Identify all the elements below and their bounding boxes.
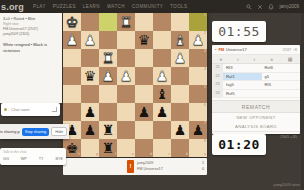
square-g7[interactable]: ♟ [81, 121, 99, 139]
chat-preset-gg[interactable]: GG [3, 157, 9, 161]
player-status-icon: ▪ [215, 47, 216, 52]
square-g6[interactable]: ♟ [81, 103, 99, 121]
coord-rank-label: 2 [204, 32, 206, 36]
chat-preset-wp[interactable]: WP [21, 157, 27, 161]
square-c6[interactable]: ♟ [153, 103, 171, 121]
coord-file-label: h [78, 153, 80, 157]
coord-rank-label: 3 [204, 50, 206, 54]
notifications-icon[interactable] [268, 4, 274, 10]
nav-item-watch[interactable]: Watch [107, 4, 125, 9]
coord-file-label: c [168, 153, 170, 157]
square-h4[interactable] [63, 67, 81, 85]
square-e2[interactable] [117, 31, 135, 49]
piece-white-K-h1[interactable]: ♚ [66, 13, 79, 31]
move-white-22[interactable]: Raf1 [223, 73, 262, 81]
black-player-label: jamy2009 (2305) [3, 32, 59, 37]
square-e3[interactable] [117, 49, 135, 67]
square-f5[interactable] [99, 85, 117, 103]
square-f4[interactable]: ♟ [99, 67, 117, 85]
move-number: 21 [212, 64, 223, 72]
square-f3[interactable]: ♜ [99, 49, 117, 67]
move-white-24[interactable]: Rxf5 [223, 90, 262, 98]
piece-white-P-b3[interactable]: ♟ [174, 49, 187, 67]
coord-rank-label: 8 [204, 140, 206, 144]
square-a7[interactable]: ♟7 [189, 121, 207, 139]
move-number: 24 [212, 90, 223, 98]
move-number: 22 [212, 73, 223, 81]
piece-black-Q-d2[interactable]: ♛ [138, 31, 151, 49]
move-list: 21Rf3Rxf622Raf1g523fxg5Rf524Rxf5 [212, 64, 300, 98]
search-icon[interactable] [246, 4, 252, 10]
coord-file-label: e [132, 153, 134, 157]
square-g8[interactable]: g [81, 139, 99, 157]
coord-rank-label: 6 [204, 104, 206, 108]
square-a8[interactable]: 8a [189, 139, 207, 157]
square-e6[interactable] [117, 103, 135, 121]
crosstable-spacer [63, 158, 127, 175]
square-b4[interactable] [171, 67, 189, 85]
crosstable-row[interactable]: FM Universe17 0 [137, 166, 204, 172]
square-g4[interactable]: ♛ [81, 67, 99, 85]
piece-black-P-g6[interactable]: ♟ [84, 103, 97, 121]
square-g5[interactable] [81, 85, 99, 103]
square-c1[interactable] [153, 13, 171, 31]
nav-item-tools[interactable]: Tools [170, 4, 187, 9]
screen-share-message: is sharing your screen. [0, 130, 20, 134]
opponent-clock: 01:55 [212, 21, 266, 42]
square-b6[interactable] [171, 103, 189, 121]
piece-white-P-c4[interactable]: ♟ [156, 67, 169, 85]
square-b2[interactable]: ♝ [171, 31, 189, 49]
square-a4[interactable]: 4 [189, 67, 207, 85]
opponent-player-line[interactable]: ▪ FM Universe17 2537 −8 [212, 45, 300, 55]
square-c8[interactable]: c [153, 139, 171, 157]
chat-preset-bye[interactable]: BYE [55, 157, 63, 161]
coord-file-label: f [115, 153, 116, 157]
square-d4[interactable] [135, 67, 153, 85]
nav-item-puzzles[interactable]: Puzzles [53, 4, 76, 9]
move-number: 23 [212, 81, 223, 89]
square-h1[interactable]: ♚ [63, 13, 81, 31]
square-e8[interactable]: e [117, 139, 135, 157]
top-navbar: s.org PlayPuzzlesLearnWatchCommunityTool… [0, 0, 304, 13]
square-f1[interactable] [99, 13, 117, 31]
chat-presets: GGWPTYBYE [3, 157, 63, 161]
piece-black-P-c6[interactable]: ♟ [156, 103, 169, 121]
square-b8[interactable]: b [171, 139, 189, 157]
new-opponent-button[interactable]: NEW OPPONENT [212, 113, 300, 122]
square-a5[interactable]: 5 [189, 85, 207, 103]
analysis-icon[interactable]: ▦ [288, 55, 293, 63]
square-a2[interactable]: ♟2 [189, 31, 207, 49]
square-a1[interactable]: 1 [189, 13, 207, 31]
square-h2[interactable]: ♟ [63, 31, 81, 49]
game-result-text: White resigned • Black is victorious [3, 42, 59, 54]
square-d3[interactable] [135, 49, 153, 67]
player-clock: 01:20 [212, 134, 266, 155]
piece-black-K-h8[interactable]: ♚ [66, 139, 79, 157]
move-black-23[interactable]: Rf5 [262, 81, 301, 89]
main-nav: PlayPuzzlesLearnWatchCommunityTools [33, 4, 187, 9]
square-d6[interactable]: ♟ [135, 103, 153, 121]
site-logo[interactable]: s.org [1, 2, 24, 12]
last-move-icon[interactable]: » [270, 55, 273, 63]
piece-black-B-c5[interactable]: ♝ [156, 85, 169, 103]
first-move-icon[interactable]: « [219, 55, 222, 63]
piece-black-P-a7[interactable]: ♟ [192, 121, 205, 139]
square-b3[interactable]: ♟ [171, 49, 189, 67]
piece-black-P-d6[interactable]: ♟ [138, 103, 151, 121]
coord-rank-label: 1 [204, 14, 206, 18]
square-e7[interactable] [117, 121, 135, 139]
prev-move-icon[interactable]: ‹ [237, 55, 239, 63]
rematch-button[interactable]: REMATCH [212, 100, 300, 113]
piece-black-R-f7[interactable]: ♜ [102, 121, 115, 139]
piece-black-Q-g4[interactable]: ♛ [84, 67, 97, 85]
coord-file-label: g [96, 153, 98, 157]
square-c4[interactable]: ♟ [153, 67, 171, 85]
square-d1[interactable] [135, 13, 153, 31]
square-d8[interactable]: d [135, 139, 153, 157]
piece-white-R-f3[interactable]: ♜ [102, 49, 115, 67]
screen-share-bar: is sharing your screen. Stop sharing Hid… [0, 124, 69, 139]
piece-white-P-g2[interactable]: ♟ [84, 31, 97, 49]
chess-board: ♚♜1♟♟♛♝♟2♜♟3♛♟♟♟4♝5♟♟♟6♟♟♜♟♟7♚hg♜fedcb8a [63, 13, 207, 157]
status-note: jamy2009 wins [274, 182, 300, 187]
opponent-clock-time: 01:55 [218, 24, 260, 39]
square-c3[interactable] [153, 49, 171, 67]
square-f6[interactable] [99, 103, 117, 121]
chat-room-header[interactable]: Chat room [1, 103, 60, 116]
new-opponent-label: NEW OPPONENT [236, 115, 275, 120]
square-h6[interactable] [63, 103, 81, 121]
scrollbar[interactable] [301, 13, 304, 190]
move-white-21[interactable]: Rf3 [223, 64, 262, 72]
game-info-panel: 3+0 • Rated • Blitz Right now FM Univers… [0, 13, 62, 103]
square-b7[interactable]: ♟ [171, 121, 189, 139]
piece-black-R-f8[interactable]: ♜ [102, 139, 115, 157]
piece-white-P-a2[interactable]: ♟ [192, 31, 205, 49]
coord-rank-label: 4 [204, 68, 206, 72]
piece-white-P-f4[interactable]: ♟ [102, 67, 115, 85]
nav-item-play[interactable]: Play [33, 4, 46, 9]
crosstable-score-2: 0 [202, 166, 204, 172]
game-side-panel: ▪ FM Universe17 2537 −8 «‹›»▦ 21Rf3Rxf62… [212, 45, 300, 134]
piece-white-P-h2[interactable]: ♟ [66, 31, 79, 49]
move-row-22: 22Raf1g5 [212, 73, 300, 82]
analysis-board-button[interactable]: ANALYSIS BOARD [212, 122, 300, 131]
square-c5[interactable]: ♝ [153, 85, 171, 103]
challenge-icon[interactable] [257, 4, 263, 10]
piece-white-R-e1[interactable]: ♜ [120, 13, 133, 31]
opponent-rating: 2537 −8 [282, 47, 297, 52]
square-c2[interactable] [153, 31, 171, 49]
square-e4[interactable]: ♟ [117, 67, 135, 85]
square-g1[interactable] [81, 13, 99, 31]
move-black-21[interactable]: Rxf6 [262, 64, 301, 72]
player-rating: 2305 +35 [280, 134, 297, 139]
rematch-label: REMATCH [242, 104, 271, 110]
piece-black-P-b7[interactable]: ♟ [174, 121, 187, 139]
coord-rank-label: 5 [204, 86, 206, 90]
replay-controls: «‹›»▦ [212, 55, 300, 64]
move-row-23: 23fxg5Rf5 [212, 81, 300, 90]
player-clock-time: 01:20 [218, 137, 260, 152]
coord-file-label: a [204, 153, 206, 157]
square-e5[interactable] [117, 85, 135, 103]
chat-preset-ty[interactable]: TY [39, 157, 44, 161]
coord-file-label: d [150, 153, 152, 157]
square-d7[interactable] [135, 121, 153, 139]
nav-item-community[interactable]: Community [132, 4, 163, 9]
square-c7[interactable] [153, 121, 171, 139]
move-row-21: 21Rf3Rxf6 [212, 64, 300, 73]
user-menu[interactable]: jamy2009 [279, 4, 299, 9]
square-h5[interactable] [63, 85, 81, 103]
chat-status-dot [4, 108, 7, 111]
chat-input-box[interactable]: Talk in the chat GGWPTYBYE [0, 148, 66, 165]
crosstable-player-2: FM Universe17 [137, 166, 163, 172]
piece-white-P-e4[interactable]: ♟ [120, 67, 133, 85]
square-d5[interactable] [135, 85, 153, 103]
square-a6[interactable]: 6 [189, 103, 207, 121]
square-e1[interactable]: ♜ [117, 13, 135, 31]
square-h3[interactable] [63, 49, 81, 67]
move-white-23[interactable]: fxg5 [223, 81, 262, 89]
square-g3[interactable] [81, 49, 99, 67]
chat-input[interactable]: Talk in the chat [3, 150, 63, 155]
square-f7[interactable]: ♜ [99, 121, 117, 139]
stop-sharing-button[interactable]: Stop sharing [22, 128, 49, 136]
square-g2[interactable]: ♟ [81, 31, 99, 49]
move-row-24: 24Rxf5 [212, 90, 300, 99]
result-icon: ! [127, 160, 134, 173]
square-b5[interactable] [171, 85, 189, 103]
move-black-24[interactable] [262, 90, 301, 98]
piece-black-P-g7[interactable]: ♟ [84, 121, 97, 139]
nav-item-learn[interactable]: Learn [83, 4, 100, 9]
coord-file-label: b [186, 153, 188, 157]
square-b1[interactable] [171, 13, 189, 31]
square-f2[interactable] [99, 31, 117, 49]
chat-resize-icon[interactable] [52, 107, 57, 112]
hide-button[interactable]: Hide [51, 127, 67, 136]
analysis-board-label: ANALYSIS BOARD [235, 124, 277, 129]
move-black-22[interactable]: g5 [262, 73, 301, 81]
crosstable: ! jamy2009 1 FM Universe17 0 [63, 158, 207, 175]
player-title-badge: FM [218, 47, 224, 52]
next-move-icon[interactable]: › [254, 55, 256, 63]
opponent-name: Universe17 [226, 47, 247, 52]
coord-rank-label: 7 [204, 122, 206, 126]
piece-white-B-b2[interactable]: ♝ [174, 31, 187, 49]
chat-room-label: Chat room [11, 107, 30, 112]
square-f8[interactable]: ♜f [99, 139, 117, 157]
square-a3[interactable]: 3 [189, 49, 207, 67]
square-d2[interactable]: ♛ [135, 31, 153, 49]
